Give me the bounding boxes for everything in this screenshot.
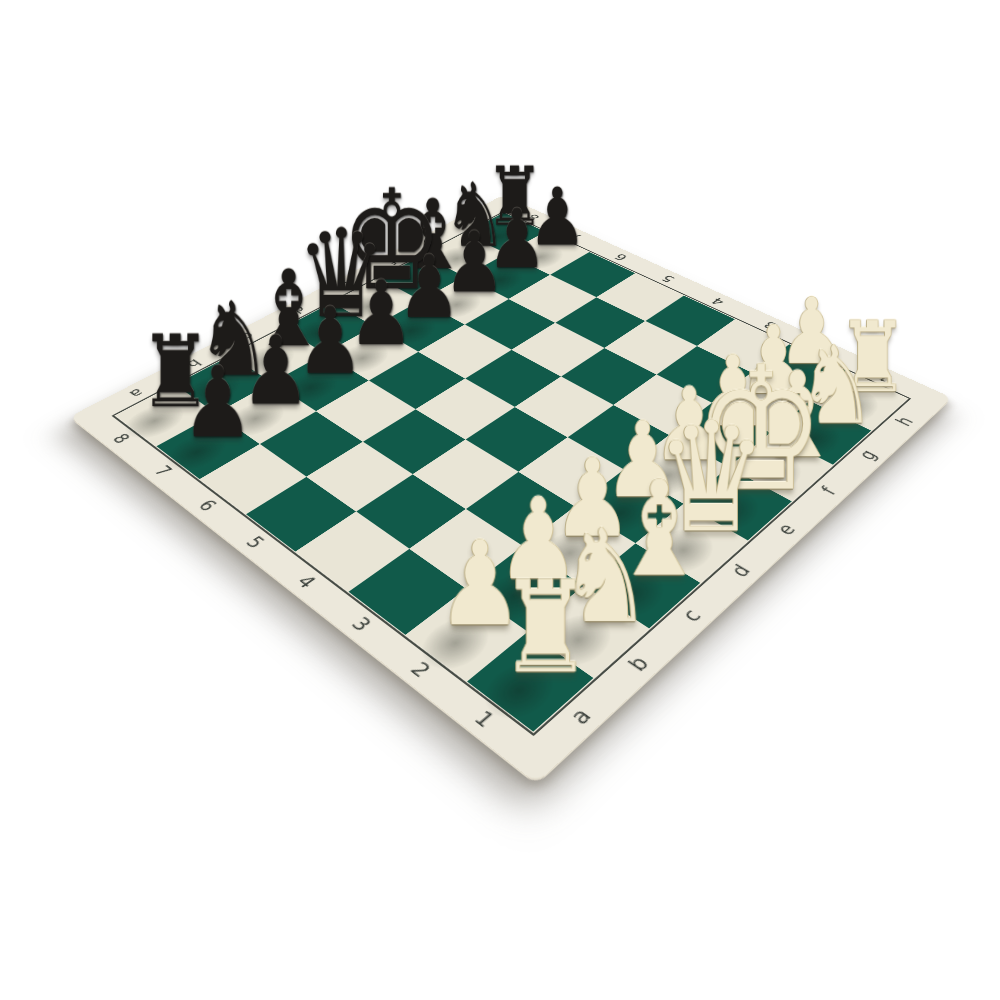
piece-black-pawn-a7: ♟ [158, 354, 278, 452]
photo-stage: aabbccddeeffgghh1122334455667788♜♟♞♟♝♟♚♟… [0, 0, 1000, 1000]
chess-board: aabbccddeeffgghh1122334455667788♜♟♞♟♝♟♚♟… [70, 195, 952, 783]
piece-white-rook-a1: ♜ [472, 564, 620, 691]
board-scene: aabbccddeeffgghh1122334455667788♜♟♞♟♝♟♚♟… [0, 0, 1000, 1000]
